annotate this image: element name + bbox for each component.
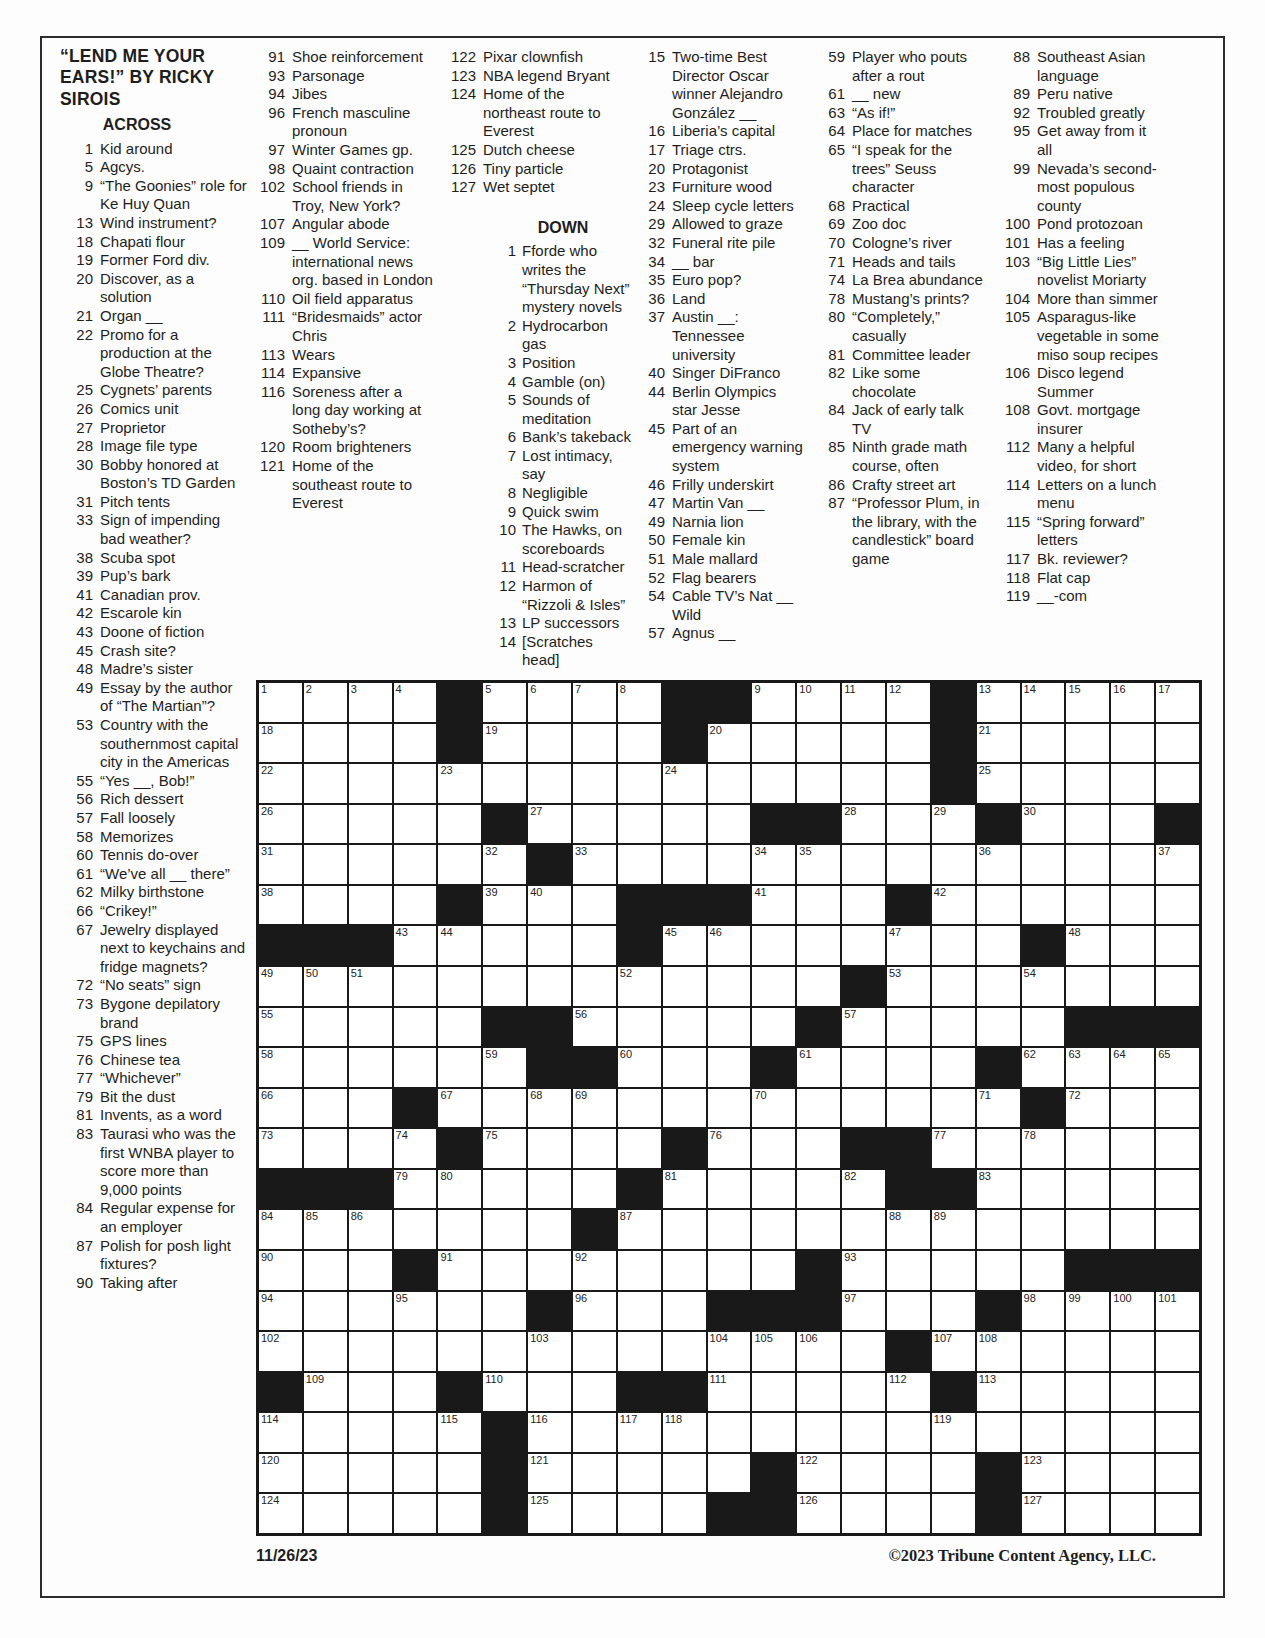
- grid-cell[interactable]: [394, 967, 437, 1006]
- grid-cell[interactable]: [1066, 1129, 1109, 1168]
- grid-cell[interactable]: [932, 1048, 975, 1087]
- grid-cell[interactable]: 25: [977, 764, 1020, 803]
- grid-cell[interactable]: [438, 967, 481, 1006]
- grid-cell[interactable]: [842, 1332, 885, 1371]
- grid-cell[interactable]: [1111, 1129, 1154, 1168]
- grid-cell[interactable]: 92: [573, 1251, 616, 1290]
- grid-cell[interactable]: [573, 1454, 616, 1493]
- grid-cell[interactable]: [1156, 1454, 1199, 1493]
- grid-cell[interactable]: 22: [259, 764, 302, 803]
- grid-cell[interactable]: [618, 1251, 661, 1290]
- grid-cell[interactable]: [708, 967, 751, 1006]
- grid-cell[interactable]: [304, 1332, 347, 1371]
- grid-cell[interactable]: [752, 926, 795, 965]
- grid-cell[interactable]: 88: [887, 1210, 930, 1249]
- grid-cell[interactable]: [663, 1251, 706, 1290]
- grid-cell[interactable]: [573, 1129, 616, 1168]
- grid-cell[interactable]: 16: [1111, 683, 1154, 722]
- grid-cell[interactable]: [663, 967, 706, 1006]
- grid-cell[interactable]: [1066, 805, 1109, 844]
- grid-cell[interactable]: 91: [438, 1251, 481, 1290]
- grid-cell[interactable]: [887, 764, 930, 803]
- grid-cell[interactable]: [304, 1292, 347, 1331]
- grid-cell[interactable]: 21: [977, 724, 1020, 763]
- grid-cell[interactable]: [797, 1210, 840, 1249]
- grid-cell[interactable]: [618, 1454, 661, 1493]
- grid-cell[interactable]: 116: [528, 1413, 571, 1452]
- grid-cell[interactable]: [663, 845, 706, 884]
- grid-cell[interactable]: [304, 724, 347, 763]
- grid-cell[interactable]: [573, 967, 616, 1006]
- grid-cell[interactable]: [438, 1292, 481, 1331]
- grid-cell[interactable]: 47: [887, 926, 930, 965]
- grid-cell[interactable]: 45: [663, 926, 706, 965]
- grid-cell[interactable]: [394, 724, 437, 763]
- grid-cell[interactable]: [349, 1373, 392, 1412]
- grid-cell[interactable]: [663, 1089, 706, 1128]
- grid-cell[interactable]: [1066, 1413, 1109, 1452]
- grid-cell[interactable]: 5: [483, 683, 526, 722]
- grid-cell[interactable]: [1022, 886, 1065, 925]
- grid-cell[interactable]: [752, 724, 795, 763]
- grid-cell[interactable]: [1111, 1210, 1154, 1249]
- grid-cell[interactable]: [394, 1494, 437, 1533]
- grid-cell[interactable]: [1066, 967, 1109, 1006]
- grid-cell[interactable]: [618, 1332, 661, 1371]
- grid-cell[interactable]: [977, 926, 1020, 965]
- grid-cell[interactable]: [887, 845, 930, 884]
- grid-cell[interactable]: 87: [618, 1210, 661, 1249]
- grid-cell[interactable]: [573, 926, 616, 965]
- grid-cell[interactable]: [528, 1170, 571, 1209]
- grid-cell[interactable]: [663, 1454, 706, 1493]
- grid-cell[interactable]: [1111, 926, 1154, 965]
- grid-cell[interactable]: [1022, 1170, 1065, 1209]
- grid-cell[interactable]: 105: [752, 1332, 795, 1371]
- grid-cell[interactable]: [797, 926, 840, 965]
- grid-cell[interactable]: 76: [708, 1129, 751, 1168]
- grid-cell[interactable]: [1111, 764, 1154, 803]
- grid-cell[interactable]: 33: [573, 845, 616, 884]
- grid-cell[interactable]: 83: [977, 1170, 1020, 1209]
- grid-cell[interactable]: [304, 1048, 347, 1087]
- grid-cell[interactable]: [932, 967, 975, 1006]
- grid-cell[interactable]: [618, 845, 661, 884]
- grid-cell[interactable]: [708, 1048, 751, 1087]
- grid-cell[interactable]: [573, 1413, 616, 1452]
- grid-cell[interactable]: [618, 724, 661, 763]
- grid-cell[interactable]: 85: [304, 1210, 347, 1249]
- grid-cell[interactable]: [1066, 1373, 1109, 1412]
- grid-cell[interactable]: [708, 1210, 751, 1249]
- grid-cell[interactable]: 48: [1066, 926, 1109, 965]
- grid-cell[interactable]: 125: [528, 1494, 571, 1533]
- grid-cell[interactable]: 112: [887, 1373, 930, 1412]
- grid-cell[interactable]: 89: [932, 1210, 975, 1249]
- grid-cell[interactable]: [1156, 764, 1199, 803]
- grid-cell[interactable]: [304, 1413, 347, 1452]
- grid-cell[interactable]: 3: [349, 683, 392, 722]
- grid-cell[interactable]: [1111, 1373, 1154, 1412]
- grid-cell[interactable]: [797, 724, 840, 763]
- grid-cell[interactable]: [304, 764, 347, 803]
- grid-cell[interactable]: [304, 1008, 347, 1047]
- grid-cell[interactable]: [528, 1210, 571, 1249]
- grid-cell[interactable]: 103: [528, 1332, 571, 1371]
- grid-cell[interactable]: [483, 967, 526, 1006]
- grid-cell[interactable]: 69: [573, 1089, 616, 1128]
- grid-cell[interactable]: [752, 1129, 795, 1168]
- grid-cell[interactable]: [528, 1251, 571, 1290]
- grid-cell[interactable]: 123: [1022, 1454, 1065, 1493]
- grid-cell[interactable]: [1111, 1454, 1154, 1493]
- grid-cell[interactable]: [1022, 1413, 1065, 1452]
- grid-cell[interactable]: [618, 1089, 661, 1128]
- grid-cell[interactable]: [1066, 724, 1109, 763]
- grid-cell[interactable]: [842, 1089, 885, 1128]
- grid-cell[interactable]: [1156, 1210, 1199, 1249]
- grid-cell[interactable]: [708, 805, 751, 844]
- grid-cell[interactable]: [797, 1129, 840, 1168]
- grid-cell[interactable]: 63: [1066, 1048, 1109, 1087]
- grid-cell[interactable]: 101: [1156, 1292, 1199, 1331]
- grid-cell[interactable]: 28: [842, 805, 885, 844]
- grid-cell[interactable]: 114: [259, 1413, 302, 1452]
- grid-cell[interactable]: 64: [1111, 1048, 1154, 1087]
- grid-cell[interactable]: [304, 1129, 347, 1168]
- grid-cell[interactable]: 66: [259, 1089, 302, 1128]
- grid-cell[interactable]: 115: [438, 1413, 481, 1452]
- grid-cell[interactable]: [842, 1048, 885, 1087]
- grid-cell[interactable]: [977, 967, 1020, 1006]
- grid-cell[interactable]: 72: [1066, 1089, 1109, 1128]
- grid-cell[interactable]: [1066, 1454, 1109, 1493]
- grid-cell[interactable]: 26: [259, 805, 302, 844]
- grid-cell[interactable]: [349, 764, 392, 803]
- grid-cell[interactable]: [1156, 1170, 1199, 1209]
- grid-cell[interactable]: 30: [1022, 805, 1065, 844]
- grid-cell[interactable]: [977, 1251, 1020, 1290]
- grid-cell[interactable]: [438, 1210, 481, 1249]
- grid-cell[interactable]: 106: [797, 1332, 840, 1371]
- grid-cell[interactable]: [752, 1413, 795, 1452]
- grid-cell[interactable]: 55: [259, 1008, 302, 1047]
- grid-cell[interactable]: [1111, 1413, 1154, 1452]
- grid-cell[interactable]: 49: [259, 967, 302, 1006]
- grid-cell[interactable]: 15: [1066, 683, 1109, 722]
- grid-cell[interactable]: [528, 967, 571, 1006]
- grid-cell[interactable]: 96: [573, 1292, 616, 1331]
- grid-cell[interactable]: 6: [528, 683, 571, 722]
- grid-cell[interactable]: [1156, 1413, 1199, 1452]
- grid-cell[interactable]: [797, 764, 840, 803]
- grid-cell[interactable]: [349, 1008, 392, 1047]
- grid-cell[interactable]: [394, 1413, 437, 1452]
- grid-cell[interactable]: [528, 724, 571, 763]
- grid-cell[interactable]: 38: [259, 886, 302, 925]
- grid-cell[interactable]: [349, 1251, 392, 1290]
- grid-cell[interactable]: [932, 845, 975, 884]
- grid-cell[interactable]: [977, 1413, 1020, 1452]
- grid-cell[interactable]: [304, 845, 347, 884]
- grid-cell[interactable]: [349, 805, 392, 844]
- grid-cell[interactable]: 46: [708, 926, 751, 965]
- grid-cell[interactable]: [1111, 845, 1154, 884]
- grid-cell[interactable]: 109: [304, 1373, 347, 1412]
- grid-cell[interactable]: [752, 1251, 795, 1290]
- grid-cell[interactable]: [304, 805, 347, 844]
- grid-cell[interactable]: 31: [259, 845, 302, 884]
- grid-cell[interactable]: 36: [977, 845, 1020, 884]
- grid-cell[interactable]: [1111, 967, 1154, 1006]
- grid-cell[interactable]: 104: [708, 1332, 751, 1371]
- grid-cell[interactable]: [887, 1494, 930, 1533]
- grid-cell[interactable]: 40: [528, 886, 571, 925]
- grid-cell[interactable]: [887, 1089, 930, 1128]
- grid-cell[interactable]: [1066, 1170, 1109, 1209]
- grid-cell[interactable]: 2: [304, 683, 347, 722]
- grid-cell[interactable]: [573, 1170, 616, 1209]
- grid-cell[interactable]: [394, 805, 437, 844]
- grid-cell[interactable]: [977, 1210, 1020, 1249]
- grid-cell[interactable]: [483, 926, 526, 965]
- grid-cell[interactable]: [394, 764, 437, 803]
- grid-cell[interactable]: 124: [259, 1494, 302, 1533]
- grid-cell[interactable]: 18: [259, 724, 302, 763]
- grid-cell[interactable]: 50: [304, 967, 347, 1006]
- grid-cell[interactable]: [1066, 1332, 1109, 1371]
- grid-cell[interactable]: 126: [797, 1494, 840, 1533]
- grid-cell[interactable]: [887, 1251, 930, 1290]
- grid-cell[interactable]: [349, 1048, 392, 1087]
- grid-cell[interactable]: [394, 1373, 437, 1412]
- grid-cell[interactable]: [394, 1210, 437, 1249]
- grid-cell[interactable]: [932, 1494, 975, 1533]
- grid-cell[interactable]: [394, 1048, 437, 1087]
- grid-cell[interactable]: [394, 1008, 437, 1047]
- grid-cell[interactable]: [349, 1129, 392, 1168]
- grid-cell[interactable]: [1022, 1251, 1065, 1290]
- grid-cell[interactable]: [797, 1413, 840, 1452]
- grid-cell[interactable]: 39: [483, 886, 526, 925]
- grid-cell[interactable]: [708, 845, 751, 884]
- grid-cell[interactable]: [618, 1292, 661, 1331]
- grid-cell[interactable]: 34: [752, 845, 795, 884]
- grid-cell[interactable]: [887, 805, 930, 844]
- grid-cell[interactable]: [1066, 845, 1109, 884]
- grid-cell[interactable]: [528, 1129, 571, 1168]
- grid-cell[interactable]: 52: [618, 967, 661, 1006]
- grid-cell[interactable]: 4: [394, 683, 437, 722]
- grid-cell[interactable]: 117: [618, 1413, 661, 1452]
- grid-cell[interactable]: [663, 1210, 706, 1249]
- grid-cell[interactable]: 82: [842, 1170, 885, 1209]
- grid-cell[interactable]: [438, 1454, 481, 1493]
- grid-cell[interactable]: [887, 1048, 930, 1087]
- grid-cell[interactable]: [663, 1494, 706, 1533]
- grid-cell[interactable]: [663, 1008, 706, 1047]
- grid-cell[interactable]: [349, 1494, 392, 1533]
- grid-cell[interactable]: 122: [797, 1454, 840, 1493]
- grid-cell[interactable]: [887, 1008, 930, 1047]
- grid-cell[interactable]: 23: [438, 764, 481, 803]
- grid-cell[interactable]: 119: [932, 1413, 975, 1452]
- grid-cell[interactable]: 86: [349, 1210, 392, 1249]
- grid-cell[interactable]: 111: [708, 1373, 751, 1412]
- grid-cell[interactable]: [483, 1210, 526, 1249]
- grid-cell[interactable]: [1111, 886, 1154, 925]
- grid-cell[interactable]: [708, 1454, 751, 1493]
- grid-cell[interactable]: 97: [842, 1292, 885, 1331]
- grid-cell[interactable]: [887, 1454, 930, 1493]
- grid-cell[interactable]: [663, 805, 706, 844]
- grid-cell[interactable]: 99: [1066, 1292, 1109, 1331]
- grid-cell[interactable]: [932, 926, 975, 965]
- grid-cell[interactable]: [438, 805, 481, 844]
- grid-cell[interactable]: [752, 1373, 795, 1412]
- grid-cell[interactable]: 113: [977, 1373, 1020, 1412]
- grid-cell[interactable]: [977, 1129, 1020, 1168]
- grid-cell[interactable]: 56: [573, 1008, 616, 1047]
- grid-cell[interactable]: [1066, 764, 1109, 803]
- grid-cell[interactable]: [932, 1292, 975, 1331]
- grid-cell[interactable]: [842, 886, 885, 925]
- grid-cell[interactable]: [394, 1454, 437, 1493]
- grid-cell[interactable]: [483, 1292, 526, 1331]
- grid-cell[interactable]: [663, 1292, 706, 1331]
- grid-cell[interactable]: [438, 1494, 481, 1533]
- grid-cell[interactable]: [842, 764, 885, 803]
- grid-cell[interactable]: [842, 724, 885, 763]
- grid-cell[interactable]: 71: [977, 1089, 1020, 1128]
- grid-cell[interactable]: 13: [977, 683, 1020, 722]
- grid-cell[interactable]: [842, 1413, 885, 1452]
- grid-cell[interactable]: [1156, 1089, 1199, 1128]
- grid-cell[interactable]: [483, 1170, 526, 1209]
- grid-cell[interactable]: [1022, 1332, 1065, 1371]
- grid-cell[interactable]: [528, 926, 571, 965]
- grid-cell[interactable]: [304, 1089, 347, 1128]
- grid-cell[interactable]: [932, 1089, 975, 1128]
- grid-cell[interactable]: [349, 1292, 392, 1331]
- grid-cell[interactable]: [797, 967, 840, 1006]
- grid-cell[interactable]: [797, 1089, 840, 1128]
- grid-cell[interactable]: [797, 1373, 840, 1412]
- grid-cell[interactable]: 84: [259, 1210, 302, 1249]
- grid-cell[interactable]: [1111, 1089, 1154, 1128]
- grid-cell[interactable]: 93: [842, 1251, 885, 1290]
- grid-cell[interactable]: 70: [752, 1089, 795, 1128]
- grid-cell[interactable]: [349, 845, 392, 884]
- grid-cell[interactable]: 81: [663, 1170, 706, 1209]
- grid-cell[interactable]: [573, 805, 616, 844]
- grid-cell[interactable]: 65: [1156, 1048, 1199, 1087]
- grid-cell[interactable]: 54: [1022, 967, 1065, 1006]
- grid-cell[interactable]: [797, 886, 840, 925]
- grid-cell[interactable]: [1022, 845, 1065, 884]
- grid-cell[interactable]: 77: [932, 1129, 975, 1168]
- grid-cell[interactable]: [708, 764, 751, 803]
- grid-cell[interactable]: [752, 1210, 795, 1249]
- grid-cell[interactable]: [349, 886, 392, 925]
- grid-cell[interactable]: [977, 1008, 1020, 1047]
- grid-cell[interactable]: [708, 1170, 751, 1209]
- grid-cell[interactable]: 94: [259, 1292, 302, 1331]
- grid-cell[interactable]: [797, 1170, 840, 1209]
- grid-cell[interactable]: 102: [259, 1332, 302, 1371]
- grid-cell[interactable]: [842, 1454, 885, 1493]
- grid-cell[interactable]: [1156, 926, 1199, 965]
- grid-cell[interactable]: 80: [438, 1170, 481, 1209]
- grid-cell[interactable]: 58: [259, 1048, 302, 1087]
- grid-cell[interactable]: [1111, 805, 1154, 844]
- grid-cell[interactable]: [752, 1008, 795, 1047]
- grid-cell[interactable]: [708, 1008, 751, 1047]
- grid-cell[interactable]: [1022, 724, 1065, 763]
- grid-cell[interactable]: 67: [438, 1089, 481, 1128]
- grid-cell[interactable]: 120: [259, 1454, 302, 1493]
- grid-cell[interactable]: 74: [394, 1129, 437, 1168]
- grid-cell[interactable]: [573, 1373, 616, 1412]
- grid-cell[interactable]: [1111, 1170, 1154, 1209]
- grid-cell[interactable]: [932, 1251, 975, 1290]
- grid-cell[interactable]: [304, 1454, 347, 1493]
- grid-cell[interactable]: 8: [618, 683, 661, 722]
- grid-cell[interactable]: [618, 1129, 661, 1168]
- grid-cell[interactable]: [483, 1251, 526, 1290]
- grid-cell[interactable]: [1156, 886, 1199, 925]
- grid-cell[interactable]: [573, 764, 616, 803]
- grid-cell[interactable]: [573, 886, 616, 925]
- grid-cell[interactable]: [887, 724, 930, 763]
- grid-cell[interactable]: 44: [438, 926, 481, 965]
- grid-cell[interactable]: 127: [1022, 1494, 1065, 1533]
- grid-cell[interactable]: [573, 1332, 616, 1371]
- grid-cell[interactable]: [1156, 1494, 1199, 1533]
- grid-cell[interactable]: [842, 845, 885, 884]
- grid-cell[interactable]: [887, 1292, 930, 1331]
- grid-cell[interactable]: [1022, 1210, 1065, 1249]
- grid-cell[interactable]: 19: [483, 724, 526, 763]
- grid-cell[interactable]: [349, 1089, 392, 1128]
- grid-cell[interactable]: [1022, 764, 1065, 803]
- grid-cell[interactable]: [1066, 886, 1109, 925]
- grid-cell[interactable]: 17: [1156, 683, 1199, 722]
- grid-cell[interactable]: [438, 845, 481, 884]
- grid-cell[interactable]: 43: [394, 926, 437, 965]
- grid-cell[interactable]: 41: [752, 886, 795, 925]
- grid-cell[interactable]: [349, 724, 392, 763]
- grid-cell[interactable]: 57: [842, 1008, 885, 1047]
- grid-cell[interactable]: [663, 1332, 706, 1371]
- grid-cell[interactable]: 90: [259, 1251, 302, 1290]
- grid-cell[interactable]: 10: [797, 683, 840, 722]
- grid-cell[interactable]: [977, 886, 1020, 925]
- grid-cell[interactable]: 59: [483, 1048, 526, 1087]
- grid-cell[interactable]: [304, 886, 347, 925]
- grid-cell[interactable]: 75: [483, 1129, 526, 1168]
- grid-cell[interactable]: [1066, 1494, 1109, 1533]
- grid-cell[interactable]: 51: [349, 967, 392, 1006]
- grid-cell[interactable]: 9: [752, 683, 795, 722]
- grid-cell[interactable]: [842, 1494, 885, 1533]
- grid-cell[interactable]: [1066, 1210, 1109, 1249]
- grid-cell[interactable]: [1156, 1129, 1199, 1168]
- grid-cell[interactable]: [1111, 1332, 1154, 1371]
- grid-cell[interactable]: [842, 926, 885, 965]
- grid-cell[interactable]: [349, 1454, 392, 1493]
- grid-cell[interactable]: [932, 1008, 975, 1047]
